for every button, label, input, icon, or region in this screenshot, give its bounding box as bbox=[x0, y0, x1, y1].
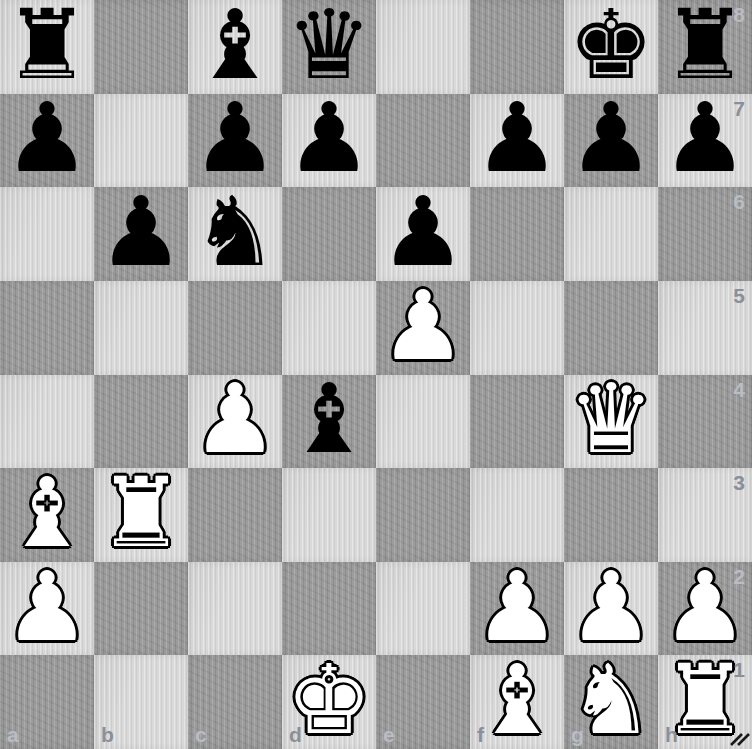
square-d2[interactable] bbox=[282, 562, 376, 656]
square-a5[interactable] bbox=[0, 281, 94, 375]
piece-black-queen[interactable]: ♛ bbox=[282, 0, 376, 94]
file-label-c: c bbox=[195, 723, 207, 747]
square-f7[interactable]: ♟ bbox=[470, 94, 564, 188]
piece-white-pawn[interactable]: ♟ bbox=[470, 562, 564, 656]
square-d4[interactable]: ♝ bbox=[282, 375, 376, 469]
square-d1[interactable]: ♚d bbox=[282, 655, 376, 749]
square-h2[interactable]: ♟2 bbox=[658, 562, 752, 656]
square-e8[interactable] bbox=[376, 0, 470, 94]
square-h3[interactable]: 3 bbox=[658, 468, 752, 562]
square-d7[interactable]: ♟ bbox=[282, 94, 376, 188]
piece-black-pawn[interactable]: ♟ bbox=[376, 187, 470, 281]
square-b1[interactable]: b bbox=[94, 655, 188, 749]
square-g4[interactable]: ♛ bbox=[564, 375, 658, 469]
piece-white-bishop[interactable]: ♝ bbox=[470, 655, 564, 749]
piece-white-king[interactable]: ♚ bbox=[282, 655, 376, 749]
square-e7[interactable] bbox=[376, 94, 470, 188]
square-f2[interactable]: ♟ bbox=[470, 562, 564, 656]
rank-label-6: 6 bbox=[733, 190, 745, 214]
square-b4[interactable] bbox=[94, 375, 188, 469]
file-label-e: e bbox=[383, 723, 395, 747]
square-d6[interactable] bbox=[282, 187, 376, 281]
square-b2[interactable] bbox=[94, 562, 188, 656]
piece-white-pawn[interactable]: ♟ bbox=[658, 562, 752, 656]
square-e6[interactable]: ♟ bbox=[376, 187, 470, 281]
square-c3[interactable] bbox=[188, 468, 282, 562]
square-h4[interactable]: 4 bbox=[658, 375, 752, 469]
square-f1[interactable]: ♝f bbox=[470, 655, 564, 749]
rank-label-3: 3 bbox=[733, 471, 745, 495]
square-b7[interactable] bbox=[94, 94, 188, 188]
square-f5[interactable] bbox=[470, 281, 564, 375]
piece-white-pawn[interactable]: ♟ bbox=[564, 562, 658, 656]
square-g7[interactable]: ♟ bbox=[564, 94, 658, 188]
square-h7[interactable]: ♟7 bbox=[658, 94, 752, 188]
square-g2[interactable]: ♟ bbox=[564, 562, 658, 656]
piece-black-pawn[interactable]: ♟ bbox=[282, 94, 376, 188]
square-c1[interactable]: c bbox=[188, 655, 282, 749]
square-h8[interactable]: ♜8 bbox=[658, 0, 752, 94]
square-a8[interactable]: ♜ bbox=[0, 0, 94, 94]
piece-white-bishop[interactable]: ♝ bbox=[0, 468, 94, 562]
piece-white-pawn[interactable]: ♟ bbox=[0, 562, 94, 656]
piece-white-knight[interactable]: ♞ bbox=[564, 655, 658, 749]
piece-black-pawn[interactable]: ♟ bbox=[94, 187, 188, 281]
piece-white-pawn[interactable]: ♟ bbox=[376, 281, 470, 375]
piece-black-pawn[interactable]: ♟ bbox=[658, 94, 752, 188]
square-c2[interactable] bbox=[188, 562, 282, 656]
square-a3[interactable]: ♝ bbox=[0, 468, 94, 562]
square-b8[interactable] bbox=[94, 0, 188, 94]
square-c7[interactable]: ♟ bbox=[188, 94, 282, 188]
square-f3[interactable] bbox=[470, 468, 564, 562]
square-c5[interactable] bbox=[188, 281, 282, 375]
piece-black-bishop[interactable]: ♝ bbox=[282, 375, 376, 469]
square-g6[interactable] bbox=[564, 187, 658, 281]
square-a2[interactable]: ♟ bbox=[0, 562, 94, 656]
square-f6[interactable] bbox=[470, 187, 564, 281]
square-c8[interactable]: ♝ bbox=[188, 0, 282, 94]
piece-black-pawn[interactable]: ♟ bbox=[564, 94, 658, 188]
piece-black-rook[interactable]: ♜ bbox=[0, 0, 94, 94]
square-d8[interactable]: ♛ bbox=[282, 0, 376, 94]
square-g5[interactable] bbox=[564, 281, 658, 375]
square-f8[interactable] bbox=[470, 0, 564, 94]
square-h6[interactable]: 6 bbox=[658, 187, 752, 281]
piece-black-pawn[interactable]: ♟ bbox=[0, 94, 94, 188]
piece-black-pawn[interactable]: ♟ bbox=[470, 94, 564, 188]
square-a6[interactable] bbox=[0, 187, 94, 281]
square-b3[interactable]: ♜ bbox=[94, 468, 188, 562]
chess-board-widget: ♜♝♛♚♜8♟♟♟♟♟♟7♟♞♟6♟5♟♝♛4♝♜3♟♟♟♟2abc♚de♝f♞… bbox=[0, 0, 752, 749]
square-g1[interactable]: ♞g bbox=[564, 655, 658, 749]
square-d5[interactable] bbox=[282, 281, 376, 375]
piece-black-king[interactable]: ♚ bbox=[564, 0, 658, 94]
rank-label-5: 5 bbox=[733, 284, 745, 308]
square-c4[interactable]: ♟ bbox=[188, 375, 282, 469]
square-a1[interactable]: a bbox=[0, 655, 94, 749]
square-b5[interactable] bbox=[94, 281, 188, 375]
chess-board: ♜♝♛♚♜8♟♟♟♟♟♟7♟♞♟6♟5♟♝♛4♝♜3♟♟♟♟2abc♚de♝f♞… bbox=[0, 0, 752, 749]
square-f4[interactable] bbox=[470, 375, 564, 469]
resize-handle-icon[interactable] bbox=[728, 726, 750, 746]
piece-white-pawn[interactable]: ♟ bbox=[188, 375, 282, 469]
square-e5[interactable]: ♟ bbox=[376, 281, 470, 375]
piece-black-pawn[interactable]: ♟ bbox=[188, 94, 282, 188]
square-d3[interactable] bbox=[282, 468, 376, 562]
square-b6[interactable]: ♟ bbox=[94, 187, 188, 281]
piece-black-knight[interactable]: ♞ bbox=[188, 187, 282, 281]
square-g3[interactable] bbox=[564, 468, 658, 562]
square-e4[interactable] bbox=[376, 375, 470, 469]
piece-black-rook[interactable]: ♜ bbox=[658, 0, 752, 94]
square-e3[interactable] bbox=[376, 468, 470, 562]
piece-white-rook[interactable]: ♜ bbox=[94, 468, 188, 562]
square-c6[interactable]: ♞ bbox=[188, 187, 282, 281]
rank-label-4: 4 bbox=[733, 378, 745, 402]
square-a4[interactable] bbox=[0, 375, 94, 469]
piece-white-queen[interactable]: ♛ bbox=[564, 375, 658, 469]
piece-black-bishop[interactable]: ♝ bbox=[188, 0, 282, 94]
file-label-b: b bbox=[101, 723, 114, 747]
square-e2[interactable] bbox=[376, 562, 470, 656]
square-a7[interactable]: ♟ bbox=[0, 94, 94, 188]
square-g8[interactable]: ♚ bbox=[564, 0, 658, 94]
file-label-a: a bbox=[7, 723, 19, 747]
square-h5[interactable]: 5 bbox=[658, 281, 752, 375]
square-e1[interactable]: e bbox=[376, 655, 470, 749]
